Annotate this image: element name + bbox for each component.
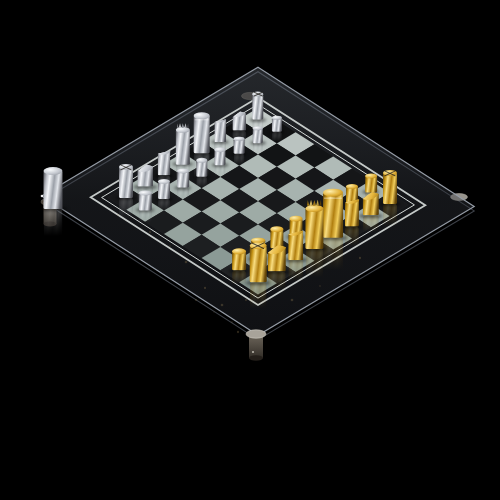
piece-reflection (139, 210, 151, 225)
piece-body (139, 193, 151, 210)
piece-cut-face (214, 115, 227, 123)
piece-cap (252, 92, 263, 97)
piece-body (272, 117, 282, 131)
piece-reflection (363, 216, 379, 237)
piece-reflection (323, 238, 343, 278)
piece-cap (139, 190, 151, 195)
piece-body (158, 150, 171, 176)
piece-cap (232, 248, 246, 254)
piece-body (252, 94, 263, 119)
piece-body (176, 130, 190, 164)
piece-cut-face (136, 160, 154, 173)
piece-reflection (215, 165, 226, 179)
piece-body (253, 128, 263, 143)
piece-body (383, 173, 397, 204)
piece-cap (306, 205, 323, 212)
piece-reflection (345, 227, 359, 252)
piece-body (215, 119, 227, 143)
piece-cap (176, 127, 190, 133)
piece-body (232, 111, 246, 130)
piece-body (288, 230, 303, 261)
piece-reflection (177, 188, 189, 203)
piece-cut-face (231, 107, 247, 119)
piece-body (232, 251, 246, 271)
piece-body (306, 208, 323, 249)
piece-body (196, 160, 207, 176)
piece-cap (383, 170, 397, 176)
piece-body (234, 139, 245, 154)
piece-reflection (250, 283, 267, 315)
piece-reflection (196, 177, 207, 191)
piece-reflection (44, 209, 63, 242)
piece-cap (193, 112, 210, 119)
king-cap-rim (324, 197, 342, 198)
piece-cap (250, 243, 267, 250)
piece-reflection (306, 249, 323, 285)
piece-cap (323, 188, 343, 196)
piece-body (215, 150, 226, 166)
piece-body (323, 193, 343, 238)
piece-reflection (234, 154, 245, 167)
piece-cap (346, 184, 358, 189)
piece-cut-face (157, 147, 172, 156)
piece-reflection (383, 204, 397, 231)
pieces-layer (0, 0, 500, 500)
piece-body (365, 176, 377, 193)
piece-cap (272, 115, 282, 119)
piece-cap (119, 164, 133, 170)
piece-cap (270, 227, 283, 233)
piece-body (158, 182, 170, 199)
piece-reflection (268, 272, 287, 295)
king-cap-rim (194, 119, 209, 120)
piece-reflection (119, 198, 133, 225)
piece-cap (196, 158, 207, 163)
piece-reflection (158, 199, 170, 214)
piece-body (177, 171, 189, 188)
piece-cap (289, 216, 302, 221)
piece-body (119, 167, 133, 198)
piece-body (345, 198, 359, 226)
piece-reflection (232, 271, 246, 288)
piece-body (44, 171, 63, 209)
piece-cap (215, 147, 226, 152)
piece-cap (234, 137, 245, 142)
chess-set-scene: Three-quarter photograph of a modernist … (0, 0, 500, 500)
piece-cap (177, 169, 189, 174)
piece-cap (44, 167, 63, 175)
piece-body (137, 164, 153, 186)
piece-body (250, 246, 267, 283)
piece-reflection (288, 260, 303, 287)
piece-cap (365, 173, 377, 178)
piece-body (193, 116, 210, 154)
piece-cap (253, 126, 263, 130)
piece-body (270, 229, 283, 248)
piece-cap (158, 179, 170, 184)
